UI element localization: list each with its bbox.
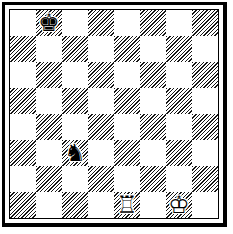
square-c3[interactable]: ♞ bbox=[62, 140, 88, 166]
white-king-backing: ♚ bbox=[166, 192, 192, 218]
square-h1[interactable] bbox=[192, 192, 218, 218]
board-inner-border: ♚♞♜♖♚♔ bbox=[9, 9, 219, 219]
square-a1[interactable] bbox=[10, 192, 36, 218]
square-a2[interactable] bbox=[10, 166, 36, 192]
square-d2[interactable] bbox=[88, 166, 114, 192]
square-d7[interactable] bbox=[88, 36, 114, 62]
square-g1[interactable]: ♚♔ bbox=[166, 192, 192, 218]
square-d5[interactable] bbox=[88, 88, 114, 114]
square-h2[interactable] bbox=[192, 166, 218, 192]
square-g5[interactable] bbox=[166, 88, 192, 114]
square-c5[interactable] bbox=[62, 88, 88, 114]
square-f6[interactable] bbox=[140, 62, 166, 88]
square-g6[interactable] bbox=[166, 62, 192, 88]
square-b5[interactable] bbox=[36, 88, 62, 114]
square-e4[interactable] bbox=[114, 114, 140, 140]
square-f3[interactable] bbox=[140, 140, 166, 166]
square-c4[interactable] bbox=[62, 114, 88, 140]
square-a8[interactable] bbox=[10, 10, 36, 36]
square-h4[interactable] bbox=[192, 114, 218, 140]
square-e7[interactable] bbox=[114, 36, 140, 62]
square-c1[interactable] bbox=[62, 192, 88, 218]
square-b4[interactable] bbox=[36, 114, 62, 140]
square-b1[interactable] bbox=[36, 192, 62, 218]
square-h3[interactable] bbox=[192, 140, 218, 166]
square-e3[interactable] bbox=[114, 140, 140, 166]
square-d3[interactable] bbox=[88, 140, 114, 166]
square-b6[interactable] bbox=[36, 62, 62, 88]
square-h5[interactable] bbox=[192, 88, 218, 114]
square-h6[interactable] bbox=[192, 62, 218, 88]
piece-white-rook[interactable]: ♖ bbox=[114, 192, 140, 218]
square-e2[interactable] bbox=[114, 166, 140, 192]
square-f1[interactable] bbox=[140, 192, 166, 218]
square-b8[interactable]: ♚ bbox=[36, 10, 62, 36]
square-d8[interactable] bbox=[88, 10, 114, 36]
square-d1[interactable] bbox=[88, 192, 114, 218]
square-c8[interactable] bbox=[62, 10, 88, 36]
square-a7[interactable] bbox=[10, 36, 36, 62]
square-a4[interactable] bbox=[10, 114, 36, 140]
square-h8[interactable] bbox=[192, 10, 218, 36]
square-e5[interactable] bbox=[114, 88, 140, 114]
chess-diagram: ♚♞♜♖♚♔ bbox=[0, 0, 233, 234]
square-g3[interactable] bbox=[166, 140, 192, 166]
square-a6[interactable] bbox=[10, 62, 36, 88]
square-a5[interactable] bbox=[10, 88, 36, 114]
square-g2[interactable] bbox=[166, 166, 192, 192]
square-e6[interactable] bbox=[114, 62, 140, 88]
square-b7[interactable] bbox=[36, 36, 62, 62]
square-e1[interactable]: ♜♖ bbox=[114, 192, 140, 218]
square-g7[interactable] bbox=[166, 36, 192, 62]
piece-white-king[interactable]: ♔ bbox=[166, 192, 192, 218]
board-frame: ♚♞♜♖♚♔ bbox=[2, 2, 227, 227]
square-g4[interactable] bbox=[166, 114, 192, 140]
square-f8[interactable] bbox=[140, 10, 166, 36]
square-f5[interactable] bbox=[140, 88, 166, 114]
square-h7[interactable] bbox=[192, 36, 218, 62]
square-a3[interactable] bbox=[10, 140, 36, 166]
square-f2[interactable] bbox=[140, 166, 166, 192]
square-d4[interactable] bbox=[88, 114, 114, 140]
square-b2[interactable] bbox=[36, 166, 62, 192]
piece-black-king[interactable]: ♚ bbox=[36, 10, 62, 36]
square-f4[interactable] bbox=[140, 114, 166, 140]
square-e8[interactable] bbox=[114, 10, 140, 36]
square-g8[interactable] bbox=[166, 10, 192, 36]
square-c6[interactable] bbox=[62, 62, 88, 88]
square-c2[interactable] bbox=[62, 166, 88, 192]
square-b3[interactable] bbox=[36, 140, 62, 166]
square-d6[interactable] bbox=[88, 62, 114, 88]
square-f7[interactable] bbox=[140, 36, 166, 62]
chessboard: ♚♞♜♖♚♔ bbox=[10, 10, 218, 218]
square-c7[interactable] bbox=[62, 36, 88, 62]
piece-black-knight[interactable]: ♞ bbox=[62, 140, 88, 166]
white-rook-backing: ♜ bbox=[114, 192, 140, 218]
